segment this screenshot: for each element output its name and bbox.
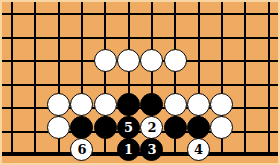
grid-line-vertical	[244, 2, 246, 156]
black-stone	[187, 116, 210, 139]
white-stone	[47, 93, 70, 116]
white-stone	[187, 93, 210, 116]
black-stone	[70, 116, 93, 139]
move-number: 5	[124, 121, 133, 134]
black-stone	[140, 93, 163, 116]
black-stone-move-3: 3	[140, 138, 163, 161]
white-stone	[164, 49, 187, 72]
go-board: 526134	[0, 0, 280, 165]
black-stone-move-1: 1	[117, 138, 140, 161]
grid-line-vertical	[11, 2, 13, 156]
black-stone-move-5: 5	[117, 116, 140, 139]
white-stone	[164, 93, 187, 116]
white-stone	[210, 93, 233, 116]
white-stone	[117, 49, 140, 72]
grid-line-vertical	[268, 2, 270, 156]
black-stone	[117, 93, 140, 116]
move-number: 2	[147, 121, 156, 134]
white-stone-move-4: 4	[187, 138, 210, 161]
grid-line-horizontal	[2, 37, 278, 39]
move-number: 4	[194, 143, 203, 156]
black-stone	[164, 116, 187, 139]
white-stone	[94, 49, 117, 72]
white-stone	[140, 49, 163, 72]
white-stone-move-2: 2	[140, 116, 163, 139]
white-stone	[47, 116, 70, 139]
move-number: 3	[147, 143, 156, 156]
move-number: 1	[124, 143, 133, 156]
white-stone	[210, 116, 233, 139]
white-stone	[70, 93, 93, 116]
grid-line-vertical	[34, 2, 36, 156]
white-stone-move-6: 6	[70, 138, 93, 161]
black-stone	[94, 116, 117, 139]
move-number: 6	[77, 143, 86, 156]
grid-line-horizontal	[2, 84, 278, 86]
grid-line-horizontal	[2, 13, 278, 15]
white-stone	[94, 93, 117, 116]
